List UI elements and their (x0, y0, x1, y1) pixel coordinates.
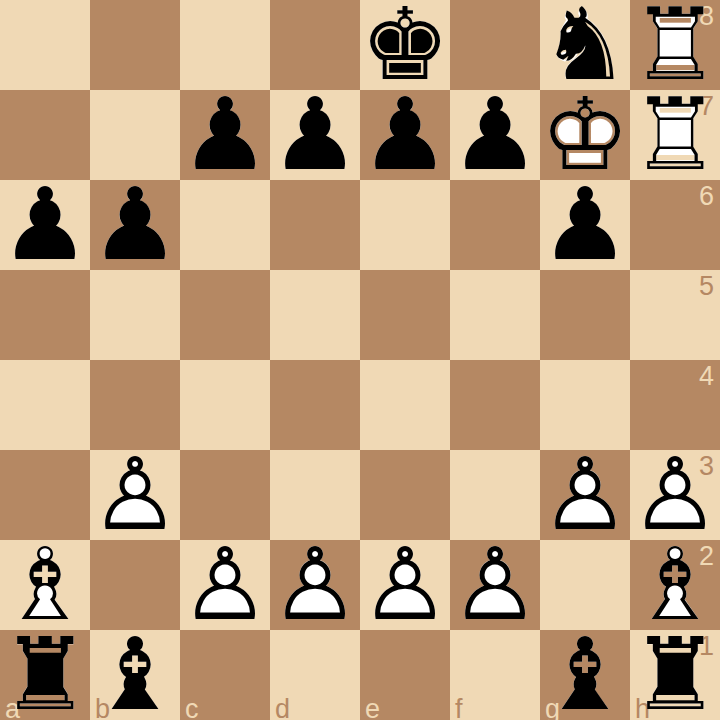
square-d7[interactable]: ♙♟ (270, 90, 360, 180)
file-label-f: f (455, 696, 463, 720)
square-h3[interactable]: ♟♙3 (630, 450, 720, 540)
square-g2[interactable] (540, 540, 630, 630)
square-f7[interactable]: ♙♟ (450, 90, 540, 180)
piece-underlay-glyph: ♙ (270, 85, 360, 185)
rank-label-4: 4 (699, 363, 714, 390)
square-f1[interactable]: f (450, 630, 540, 720)
piece-glyph: ♟ (0, 175, 90, 275)
square-h4[interactable]: 4 (630, 360, 720, 450)
chess-board: ♔♚♘♞♜♖8♙♟♙♟♙♟♙♟♚♔♜♖7♙♟♙♟♙♟654♟♙♟♙♟♙3♝♗♟♙… (0, 0, 720, 720)
piece-underlay-glyph: ♙ (180, 85, 270, 185)
square-g4[interactable] (540, 360, 630, 450)
square-b1[interactable]: ♗♝b (90, 630, 180, 720)
white-pawn[interactable]: ♟♙ (90, 450, 180, 540)
square-d4[interactable] (270, 360, 360, 450)
piece-underlay-glyph: ♖ (0, 625, 90, 720)
square-h6[interactable]: 6 (630, 180, 720, 270)
piece-underlay-glyph: ♟ (180, 535, 270, 635)
square-h8[interactable]: ♜♖8 (630, 0, 720, 90)
piece-glyph: ♝ (540, 625, 630, 720)
piece-glyph: ♚ (360, 0, 450, 95)
black-pawn[interactable]: ♙♟ (0, 180, 90, 270)
piece-underlay-glyph: ♗ (540, 625, 630, 720)
square-g8[interactable]: ♘♞ (540, 0, 630, 90)
piece-underlay-glyph: ♟ (360, 535, 450, 635)
black-rook[interactable]: ♖♜ (630, 630, 720, 720)
square-e5[interactable] (360, 270, 450, 360)
piece-underlay-glyph: ♜ (630, 85, 720, 185)
piece-glyph: ♙ (360, 535, 450, 635)
square-e6[interactable] (360, 180, 450, 270)
piece-glyph: ♖ (630, 0, 720, 95)
square-e7[interactable]: ♙♟ (360, 90, 450, 180)
piece-glyph: ♙ (90, 445, 180, 545)
black-rook[interactable]: ♖♜ (0, 630, 90, 720)
white-bishop[interactable]: ♝♗ (0, 540, 90, 630)
piece-underlay-glyph: ♙ (90, 175, 180, 275)
square-b4[interactable] (90, 360, 180, 450)
rank-label-6: 6 (699, 183, 714, 210)
piece-underlay-glyph: ♟ (630, 445, 720, 545)
piece-glyph: ♝ (90, 625, 180, 720)
piece-glyph: ♟ (90, 175, 180, 275)
square-f6[interactable] (450, 180, 540, 270)
black-bishop[interactable]: ♗♝ (90, 630, 180, 720)
piece-glyph: ♜ (630, 625, 720, 720)
piece-underlay-glyph: ♚ (540, 85, 630, 185)
square-a6[interactable]: ♙♟ (0, 180, 90, 270)
piece-underlay-glyph: ♗ (90, 625, 180, 720)
square-e2[interactable]: ♟♙ (360, 540, 450, 630)
white-pawn[interactable]: ♟♙ (540, 450, 630, 540)
white-pawn[interactable]: ♟♙ (180, 540, 270, 630)
square-c2[interactable]: ♟♙ (180, 540, 270, 630)
square-e3[interactable] (360, 450, 450, 540)
square-e1[interactable]: e (360, 630, 450, 720)
piece-underlay-glyph: ♟ (270, 535, 360, 635)
file-label-d: d (275, 696, 290, 720)
square-c3[interactable] (180, 450, 270, 540)
square-b6[interactable]: ♙♟ (90, 180, 180, 270)
black-bishop[interactable]: ♗♝ (540, 630, 630, 720)
piece-glyph: ♟ (540, 175, 630, 275)
black-pawn[interactable]: ♙♟ (90, 180, 180, 270)
square-g6[interactable]: ♙♟ (540, 180, 630, 270)
square-d8[interactable] (270, 0, 360, 90)
white-pawn[interactable]: ♟♙ (360, 540, 450, 630)
piece-underlay-glyph: ♜ (630, 0, 720, 95)
white-pawn[interactable]: ♟♙ (450, 540, 540, 630)
square-h2[interactable]: ♝♗2 (630, 540, 720, 630)
black-pawn[interactable]: ♙♟ (360, 90, 450, 180)
square-c4[interactable] (180, 360, 270, 450)
square-b8[interactable] (90, 0, 180, 90)
square-a1[interactable]: ♖♜a (0, 630, 90, 720)
square-g1[interactable]: ♗♝g (540, 630, 630, 720)
square-a5[interactable] (0, 270, 90, 360)
square-d1[interactable]: d (270, 630, 360, 720)
black-pawn[interactable]: ♙♟ (180, 90, 270, 180)
piece-glyph: ♔ (540, 85, 630, 185)
square-c8[interactable] (180, 0, 270, 90)
piece-underlay-glyph: ♙ (540, 175, 630, 275)
piece-glyph: ♖ (630, 85, 720, 185)
piece-glyph: ♙ (450, 535, 540, 635)
rank-label-5: 5 (699, 273, 714, 300)
piece-glyph: ♟ (270, 85, 360, 185)
square-a4[interactable] (0, 360, 90, 450)
white-rook[interactable]: ♜♖ (630, 90, 720, 180)
piece-underlay-glyph: ♝ (0, 535, 90, 635)
square-b5[interactable] (90, 270, 180, 360)
black-pawn[interactable]: ♙♟ (540, 180, 630, 270)
piece-glyph: ♟ (180, 85, 270, 185)
square-d2[interactable]: ♟♙ (270, 540, 360, 630)
square-b7[interactable] (90, 90, 180, 180)
square-h5[interactable]: 5 (630, 270, 720, 360)
square-b3[interactable]: ♟♙ (90, 450, 180, 540)
piece-glyph: ♜ (0, 625, 90, 720)
square-a7[interactable] (0, 90, 90, 180)
square-c1[interactable]: c (180, 630, 270, 720)
square-b2[interactable] (90, 540, 180, 630)
piece-glyph: ♞ (540, 0, 630, 95)
piece-underlay-glyph: ♔ (360, 0, 450, 95)
piece-glyph: ♙ (180, 535, 270, 635)
piece-underlay-glyph: ♙ (450, 85, 540, 185)
white-bishop[interactable]: ♝♗ (630, 540, 720, 630)
square-d5[interactable] (270, 270, 360, 360)
piece-glyph: ♙ (630, 445, 720, 545)
black-knight[interactable]: ♘♞ (540, 0, 630, 90)
piece-underlay-glyph: ♝ (630, 535, 720, 635)
square-d3[interactable] (270, 450, 360, 540)
square-f8[interactable] (450, 0, 540, 90)
white-rook[interactable]: ♜♖ (630, 0, 720, 90)
square-g5[interactable] (540, 270, 630, 360)
square-a3[interactable] (0, 450, 90, 540)
file-label-e: e (365, 696, 380, 720)
square-c5[interactable] (180, 270, 270, 360)
piece-underlay-glyph: ♖ (630, 625, 720, 720)
square-c6[interactable] (180, 180, 270, 270)
piece-glyph: ♟ (450, 85, 540, 185)
black-pawn[interactable]: ♙♟ (450, 90, 540, 180)
square-e4[interactable] (360, 360, 450, 450)
piece-glyph: ♗ (0, 535, 90, 635)
square-a8[interactable] (0, 0, 90, 90)
black-pawn[interactable]: ♙♟ (270, 90, 360, 180)
square-f2[interactable]: ♟♙ (450, 540, 540, 630)
square-h7[interactable]: ♜♖7 (630, 90, 720, 180)
piece-glyph: ♙ (540, 445, 630, 545)
square-d6[interactable] (270, 180, 360, 270)
square-f4[interactable] (450, 360, 540, 450)
piece-underlay-glyph: ♙ (360, 85, 450, 185)
square-g3[interactable]: ♟♙ (540, 450, 630, 540)
square-h1[interactable]: ♖♜1h (630, 630, 720, 720)
white-king[interactable]: ♚♔ (540, 90, 630, 180)
square-f3[interactable] (450, 450, 540, 540)
piece-glyph: ♗ (630, 535, 720, 635)
piece-glyph: ♟ (360, 85, 450, 185)
square-f5[interactable] (450, 270, 540, 360)
piece-underlay-glyph: ♟ (450, 535, 540, 635)
square-e8[interactable]: ♔♚ (360, 0, 450, 90)
white-pawn[interactable]: ♟♙ (630, 450, 720, 540)
square-a2[interactable]: ♝♗ (0, 540, 90, 630)
piece-underlay-glyph: ♘ (540, 0, 630, 95)
square-g7[interactable]: ♚♔ (540, 90, 630, 180)
piece-underlay-glyph: ♙ (0, 175, 90, 275)
piece-underlay-glyph: ♟ (540, 445, 630, 545)
piece-underlay-glyph: ♟ (90, 445, 180, 545)
piece-glyph: ♙ (270, 535, 360, 635)
square-c7[interactable]: ♙♟ (180, 90, 270, 180)
white-pawn[interactable]: ♟♙ (270, 540, 360, 630)
file-label-c: c (185, 696, 199, 720)
black-king[interactable]: ♔♚ (360, 0, 450, 90)
